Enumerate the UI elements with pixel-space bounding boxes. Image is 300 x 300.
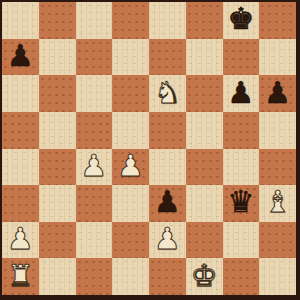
square-h6[interactable]: ♟ [259, 75, 296, 112]
piece-white-knight[interactable]: ♞ [154, 78, 181, 108]
square-h2[interactable] [259, 222, 296, 259]
square-e8[interactable] [149, 2, 186, 39]
square-b1[interactable] [39, 258, 76, 295]
piece-white-rook[interactable]: ♜ [7, 261, 34, 291]
piece-black-pawn[interactable]: ♟ [7, 41, 34, 71]
square-f7[interactable] [186, 39, 223, 76]
square-f1[interactable]: ♚ [186, 258, 223, 295]
square-h8[interactable] [259, 2, 296, 39]
board-frame: ♚♟♞♟♟♟♟♟♛♝♟♟♜♚ [0, 0, 300, 300]
square-c2[interactable] [76, 222, 113, 259]
square-c5[interactable] [76, 112, 113, 149]
square-e3[interactable]: ♟ [149, 185, 186, 222]
square-h4[interactable] [259, 149, 296, 186]
square-h1[interactable] [259, 258, 296, 295]
square-f4[interactable] [186, 149, 223, 186]
square-e4[interactable] [149, 149, 186, 186]
piece-black-pawn[interactable]: ♟ [154, 187, 181, 217]
square-h7[interactable] [259, 39, 296, 76]
square-h3[interactable]: ♝ [259, 185, 296, 222]
square-b6[interactable] [39, 75, 76, 112]
square-c8[interactable] [76, 2, 113, 39]
square-g1[interactable] [223, 258, 260, 295]
square-g5[interactable] [223, 112, 260, 149]
piece-white-pawn[interactable]: ♟ [80, 151, 107, 181]
square-g4[interactable] [223, 149, 260, 186]
square-a5[interactable] [2, 112, 39, 149]
square-d1[interactable] [112, 258, 149, 295]
piece-white-pawn[interactable]: ♟ [7, 224, 34, 254]
piece-white-king[interactable]: ♚ [191, 261, 218, 291]
square-b2[interactable] [39, 222, 76, 259]
square-d3[interactable] [112, 185, 149, 222]
chess-board: ♚♟♞♟♟♟♟♟♛♝♟♟♜♚ [2, 2, 296, 295]
piece-black-pawn[interactable]: ♟ [264, 78, 291, 108]
square-d5[interactable] [112, 112, 149, 149]
square-b4[interactable] [39, 149, 76, 186]
square-a8[interactable] [2, 2, 39, 39]
square-a2[interactable]: ♟ [2, 222, 39, 259]
piece-white-bishop[interactable]: ♝ [264, 187, 291, 217]
square-c7[interactable] [76, 39, 113, 76]
square-a4[interactable] [2, 149, 39, 186]
square-b3[interactable] [39, 185, 76, 222]
piece-white-pawn[interactable]: ♟ [117, 151, 144, 181]
square-g3[interactable]: ♛ [223, 185, 260, 222]
square-f5[interactable] [186, 112, 223, 149]
square-c6[interactable] [76, 75, 113, 112]
square-e1[interactable] [149, 258, 186, 295]
square-d8[interactable] [112, 2, 149, 39]
square-d4[interactable]: ♟ [112, 149, 149, 186]
square-b7[interactable] [39, 39, 76, 76]
square-h5[interactable] [259, 112, 296, 149]
square-d2[interactable] [112, 222, 149, 259]
square-b8[interactable] [39, 2, 76, 39]
square-a3[interactable] [2, 185, 39, 222]
square-g8[interactable]: ♚ [223, 2, 260, 39]
square-b5[interactable] [39, 112, 76, 149]
square-d6[interactable] [112, 75, 149, 112]
square-e2[interactable]: ♟ [149, 222, 186, 259]
square-a1[interactable]: ♜ [2, 258, 39, 295]
square-e7[interactable] [149, 39, 186, 76]
piece-black-king[interactable]: ♚ [227, 4, 254, 34]
piece-black-queen[interactable]: ♛ [227, 187, 254, 217]
square-g6[interactable]: ♟ [223, 75, 260, 112]
square-g2[interactable] [223, 222, 260, 259]
square-g7[interactable] [223, 39, 260, 76]
square-a6[interactable] [2, 75, 39, 112]
piece-black-pawn[interactable]: ♟ [227, 78, 254, 108]
square-a7[interactable]: ♟ [2, 39, 39, 76]
square-c1[interactable] [76, 258, 113, 295]
square-f2[interactable] [186, 222, 223, 259]
square-d7[interactable] [112, 39, 149, 76]
square-f6[interactable] [186, 75, 223, 112]
square-c4[interactable]: ♟ [76, 149, 113, 186]
square-e6[interactable]: ♞ [149, 75, 186, 112]
square-e5[interactable] [149, 112, 186, 149]
square-c3[interactable] [76, 185, 113, 222]
piece-white-pawn[interactable]: ♟ [154, 224, 181, 254]
square-f3[interactable] [186, 185, 223, 222]
square-f8[interactable] [186, 2, 223, 39]
